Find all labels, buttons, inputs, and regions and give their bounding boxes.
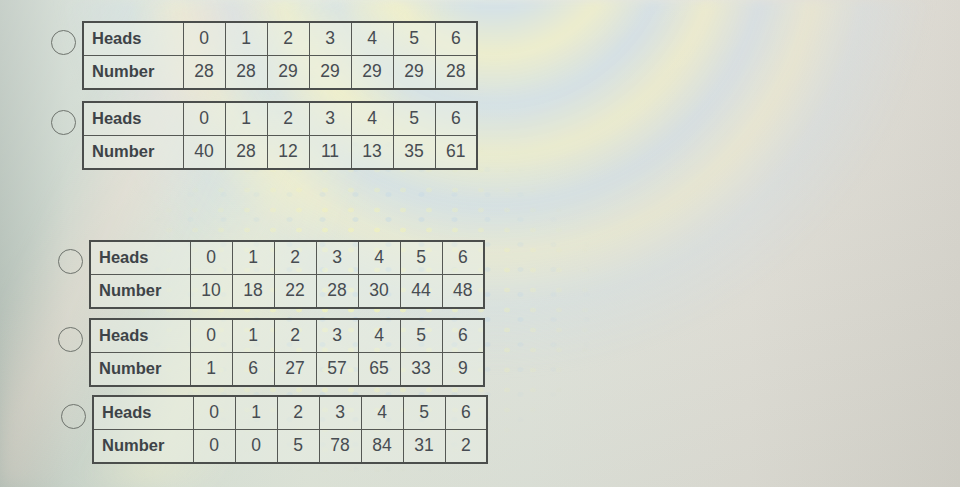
number-value-cell: 0 [193,429,235,463]
number-value-cell: 28 [316,274,358,308]
heads-value-cell: 6 [445,396,487,429]
heads-value-cell: 2 [274,241,316,274]
number-value-cell: 65 [358,352,400,386]
frequency-table-option-2: Heads 0123456 Number 40281211133561 [82,101,478,170]
number-value-cell: 78 [319,429,361,463]
number-value-cell: 6 [232,352,274,386]
number-value-cell: 61 [435,135,477,169]
heads-value-cell: 0 [183,22,225,55]
heads-value-cell: 4 [361,396,403,429]
number-value-cell: 11 [309,135,351,169]
heads-value-cell: 4 [358,241,400,274]
heads-value-cell: 3 [319,396,361,429]
heads-row: Heads 0123456 [83,102,477,135]
heads-row: Heads 0123456 [90,241,484,274]
number-row-label: Number [90,274,190,308]
number-value-cell: 22 [274,274,316,308]
answer-option-5: Heads 0123456 Number 0057884312 [61,395,488,464]
heads-row-label: Heads [83,102,183,135]
number-value-cell: 18 [232,274,274,308]
number-value-cell: 48 [442,274,484,308]
heads-row-label: Heads [90,241,190,274]
number-row-label: Number [83,135,183,169]
number-value-cell: 28 [183,55,225,89]
number-value-cell: 1 [190,352,232,386]
radio-button-option-5[interactable] [61,404,86,429]
number-row: Number 28282929292928 [83,55,477,89]
radio-button-option-3[interactable] [58,249,83,274]
heads-value-cell: 4 [358,319,400,352]
radio-button-option-2[interactable] [51,110,76,135]
heads-value-cell: 5 [393,102,435,135]
heads-value-cell: 5 [393,22,435,55]
number-value-cell: 10 [190,274,232,308]
number-row: Number 10182228304448 [90,274,484,308]
heads-value-cell: 0 [190,241,232,274]
number-value-cell: 28 [435,55,477,89]
heads-value-cell: 0 [183,102,225,135]
heads-value-cell: 1 [225,102,267,135]
heads-row: Heads 0123456 [83,22,477,55]
frequency-table-option-5: Heads 0123456 Number 0057884312 [92,395,488,464]
frequency-table-option-3: Heads 0123456 Number 10182228304448 [89,240,485,309]
heads-value-cell: 6 [442,319,484,352]
answer-option-2: Heads 0123456 Number 40281211133561 [51,101,478,170]
number-value-cell: 29 [267,55,309,89]
number-value-cell: 28 [225,135,267,169]
heads-row-label: Heads [93,396,193,429]
number-value-cell: 2 [445,429,487,463]
heads-value-cell: 2 [267,102,309,135]
heads-value-cell: 2 [277,396,319,429]
heads-value-cell: 4 [351,22,393,55]
number-value-cell: 9 [442,352,484,386]
answer-option-3: Heads 0123456 Number 10182228304448 [58,240,485,309]
heads-row-label: Heads [83,22,183,55]
heads-value-cell: 0 [190,319,232,352]
heads-value-cell: 4 [351,102,393,135]
number-value-cell: 40 [183,135,225,169]
heads-value-cell: 5 [400,241,442,274]
heads-value-cell: 3 [309,102,351,135]
number-value-cell: 0 [235,429,277,463]
number-row: Number 40281211133561 [83,135,477,169]
number-value-cell: 28 [225,55,267,89]
heads-value-cell: 0 [193,396,235,429]
heads-row-label: Heads [90,319,190,352]
heads-value-cell: 1 [225,22,267,55]
quiz-answer-area: Heads 0123456 Number 28282929292928 Head… [0,0,960,487]
heads-value-cell: 6 [435,22,477,55]
number-value-cell: 30 [358,274,400,308]
number-value-cell: 44 [400,274,442,308]
number-value-cell: 27 [274,352,316,386]
number-value-cell: 12 [267,135,309,169]
number-row-label: Number [93,429,193,463]
number-value-cell: 13 [351,135,393,169]
heads-value-cell: 1 [232,241,274,274]
number-value-cell: 84 [361,429,403,463]
number-row: Number 0057884312 [93,429,487,463]
number-row-label: Number [83,55,183,89]
answer-option-1: Heads 0123456 Number 28282929292928 [51,21,478,90]
heads-value-cell: 6 [442,241,484,274]
heads-value-cell: 5 [400,319,442,352]
number-row-label: Number [90,352,190,386]
heads-value-cell: 1 [232,319,274,352]
number-value-cell: 29 [393,55,435,89]
heads-value-cell: 6 [435,102,477,135]
number-value-cell: 31 [403,429,445,463]
number-value-cell: 35 [393,135,435,169]
frequency-table-option-1: Heads 0123456 Number 28282929292928 [82,21,478,90]
heads-value-cell: 5 [403,396,445,429]
heads-value-cell: 3 [309,22,351,55]
heads-value-cell: 2 [274,319,316,352]
number-value-cell: 29 [309,55,351,89]
radio-button-option-1[interactable] [51,30,76,55]
frequency-table-option-4: Heads 0123456 Number 16275765339 [89,318,485,387]
heads-value-cell: 3 [316,241,358,274]
number-value-cell: 33 [400,352,442,386]
heads-row: Heads 0123456 [90,319,484,352]
answer-option-4: Heads 0123456 Number 16275765339 [58,318,485,387]
heads-row: Heads 0123456 [93,396,487,429]
number-row: Number 16275765339 [90,352,484,386]
heads-value-cell: 1 [235,396,277,429]
number-value-cell: 57 [316,352,358,386]
heads-value-cell: 3 [316,319,358,352]
number-value-cell: 29 [351,55,393,89]
number-value-cell: 5 [277,429,319,463]
heads-value-cell: 2 [267,22,309,55]
radio-button-option-4[interactable] [58,327,83,352]
